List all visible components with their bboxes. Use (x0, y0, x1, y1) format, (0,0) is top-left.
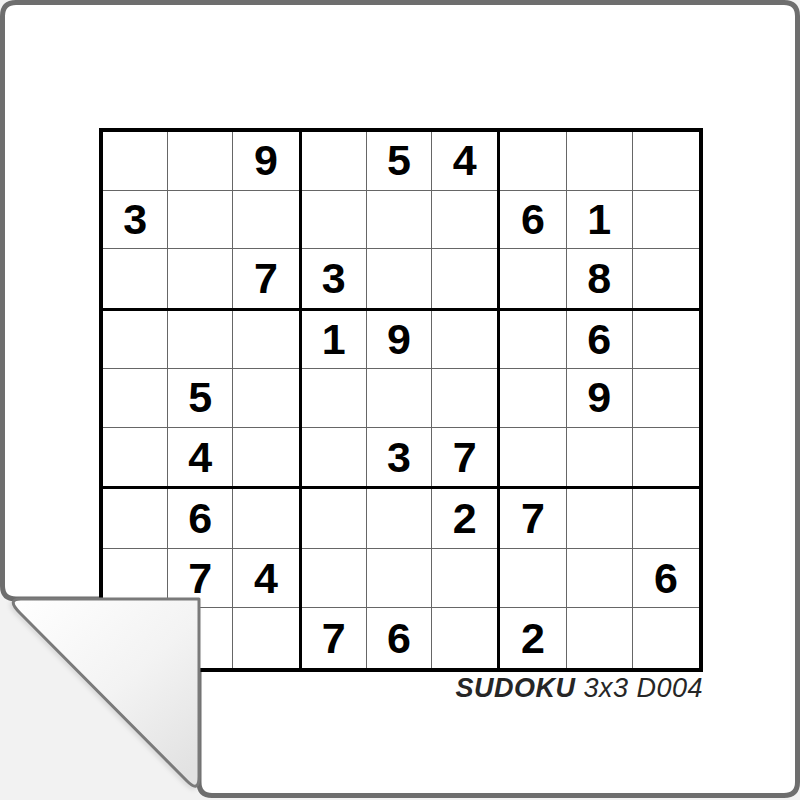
cell-r7c7[interactable]: 7 (500, 489, 566, 549)
cell-r4c4[interactable]: 1 (302, 311, 367, 370)
cell-r9c9[interactable] (633, 608, 699, 668)
cell-r8c4[interactable] (302, 549, 367, 609)
cell-r1c3[interactable]: 9 (233, 132, 298, 191)
box-3: 618 (500, 132, 699, 311)
cell-r9c6[interactable] (432, 608, 497, 668)
cell-r9c2[interactable] (168, 608, 233, 668)
cell-r2c5[interactable] (367, 191, 432, 250)
cell-r2c4[interactable] (302, 191, 367, 250)
cell-r9c1[interactable] (103, 608, 168, 668)
box-4: 54 (103, 311, 302, 490)
cell-r3c9[interactable] (633, 249, 699, 308)
cell-r8c6[interactable] (432, 549, 497, 609)
cell-r6c9[interactable] (633, 428, 699, 487)
cell-r7c1[interactable] (103, 489, 168, 549)
cell-r6c8[interactable] (567, 428, 633, 487)
sudoku-board: 93754361854193769674276762 (99, 128, 703, 672)
cell-r4c3[interactable] (233, 311, 298, 370)
cell-r6c7[interactable] (500, 428, 566, 487)
cell-r8c2[interactable]: 7 (168, 549, 233, 609)
cell-r6c1[interactable] (103, 428, 168, 487)
cell-r1c4[interactable] (302, 132, 367, 191)
box-5: 1937 (302, 311, 501, 490)
cell-r5c3[interactable] (233, 369, 298, 428)
cell-r3c5[interactable] (367, 249, 432, 308)
cell-r2c7[interactable]: 6 (500, 191, 566, 250)
cell-r5c2[interactable]: 5 (168, 369, 233, 428)
cell-r5c6[interactable] (432, 369, 497, 428)
cell-r7c5[interactable] (367, 489, 432, 549)
cell-r3c3[interactable]: 7 (233, 249, 298, 308)
cell-r6c2[interactable]: 4 (168, 428, 233, 487)
cell-r6c6[interactable]: 7 (432, 428, 497, 487)
cell-r1c2[interactable] (168, 132, 233, 191)
box-8: 276 (302, 489, 501, 668)
cell-r3c6[interactable] (432, 249, 497, 308)
cell-r7c3[interactable] (233, 489, 298, 549)
cell-r2c3[interactable] (233, 191, 298, 250)
cell-r4c1[interactable] (103, 311, 168, 370)
cell-r5c8[interactable]: 9 (567, 369, 633, 428)
cell-r9c5[interactable]: 6 (367, 608, 432, 668)
cell-r7c9[interactable] (633, 489, 699, 549)
box-6: 69 (500, 311, 699, 490)
cell-r1c9[interactable] (633, 132, 699, 191)
caption: SUDOKU3x3 D004 (455, 673, 703, 704)
cell-r2c9[interactable] (633, 191, 699, 250)
cell-r5c7[interactable] (500, 369, 566, 428)
cell-r1c8[interactable] (567, 132, 633, 191)
cell-r3c7[interactable] (500, 249, 566, 308)
cell-r3c4[interactable]: 3 (302, 249, 367, 308)
cell-r4c6[interactable] (432, 311, 497, 370)
cell-r8c8[interactable] (567, 549, 633, 609)
cell-r6c3[interactable] (233, 428, 298, 487)
cell-r8c5[interactable] (367, 549, 432, 609)
cell-r7c2[interactable]: 6 (168, 489, 233, 549)
cell-r7c4[interactable] (302, 489, 367, 549)
cell-r1c6[interactable]: 4 (432, 132, 497, 191)
cell-r6c5[interactable]: 3 (367, 428, 432, 487)
cell-r8c9[interactable]: 6 (633, 549, 699, 609)
cell-r8c1[interactable] (103, 549, 168, 609)
cell-r4c5[interactable]: 9 (367, 311, 432, 370)
cell-r3c2[interactable] (168, 249, 233, 308)
cell-r1c1[interactable] (103, 132, 168, 191)
cell-r4c9[interactable] (633, 311, 699, 370)
cell-r4c8[interactable]: 6 (567, 311, 633, 370)
cell-r2c8[interactable]: 1 (567, 191, 633, 250)
box-2: 543 (302, 132, 501, 311)
cell-r2c1[interactable]: 3 (103, 191, 168, 250)
cell-r9c4[interactable]: 7 (302, 608, 367, 668)
cell-r9c8[interactable] (567, 608, 633, 668)
cell-r9c3[interactable] (233, 608, 298, 668)
cell-r2c6[interactable] (432, 191, 497, 250)
cell-r4c7[interactable] (500, 311, 566, 370)
cell-r7c8[interactable] (567, 489, 633, 549)
box-1: 937 (103, 132, 302, 311)
cell-r5c5[interactable] (367, 369, 432, 428)
cell-r8c3[interactable]: 4 (233, 549, 298, 609)
cell-r7c6[interactable]: 2 (432, 489, 497, 549)
box-9: 762 (500, 489, 699, 668)
cell-r9c7[interactable]: 2 (500, 608, 566, 668)
caption-title: SUDOKU (455, 673, 575, 703)
cell-r1c7[interactable] (500, 132, 566, 191)
cell-r4c2[interactable] (168, 311, 233, 370)
cell-r2c2[interactable] (168, 191, 233, 250)
cell-r5c1[interactable] (103, 369, 168, 428)
cell-r3c1[interactable] (103, 249, 168, 308)
cell-r5c4[interactable] (302, 369, 367, 428)
caption-code: 3x3 D004 (583, 673, 703, 703)
cell-r3c8[interactable]: 8 (567, 249, 633, 308)
cell-r5c9[interactable] (633, 369, 699, 428)
box-7: 674 (103, 489, 302, 668)
cell-r1c5[interactable]: 5 (367, 132, 432, 191)
cell-r8c7[interactable] (500, 549, 566, 609)
cell-r6c4[interactable] (302, 428, 367, 487)
